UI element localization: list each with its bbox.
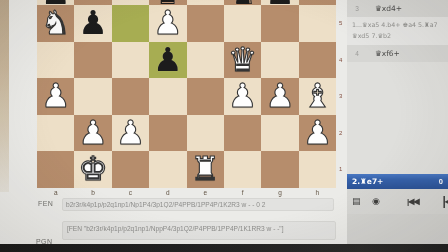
pgn-textarea[interactable]: [FEN "b2r3r/k4p1p/p2q1np1/NppP4/3p1Q2/P4… [62, 221, 336, 240]
rank-label-5: 5 [337, 5, 347, 42]
square-f2[interactable] [224, 115, 261, 152]
file-label-c: c [112, 188, 149, 197]
square-h1[interactable] [299, 151, 336, 188]
square-a1[interactable] [37, 151, 74, 188]
move-index: 3 [347, 0, 367, 17]
square-h5[interactable] [299, 5, 336, 42]
piece-wP-d5[interactable]: ♟ [149, 5, 186, 42]
square-a2[interactable] [37, 115, 74, 152]
piece-wB-h3[interactable]: ♝ [299, 78, 336, 115]
step-back-icon[interactable]: |◀ [442, 189, 448, 214]
fen-input[interactable] [62, 198, 334, 211]
square-f5[interactable] [224, 5, 261, 42]
square-e3[interactable] [187, 78, 224, 115]
square-g3[interactable]: ♟ [261, 78, 298, 115]
piece-bP-d4[interactable]: ♟ [149, 42, 186, 79]
piece-wN-a5[interactable]: ♞ [37, 5, 74, 42]
square-a5[interactable]: ♞ [37, 5, 74, 42]
rank-label-2: 2 [337, 115, 347, 152]
square-g4[interactable] [261, 42, 298, 79]
square-f3[interactable]: ♟ [224, 78, 261, 115]
nav-controls: ▤ ◉ |◀◀ |◀ [347, 189, 448, 214]
rank-label-1: 1 [337, 151, 347, 188]
photo-bezel-strip [0, 0, 9, 192]
book-icon[interactable]: ▤ [352, 189, 361, 214]
file-label-f: f [224, 188, 261, 197]
fen-row: FEN [0, 198, 340, 213]
piece-wP-c2[interactable]: ♟ [112, 115, 149, 152]
file-labels: abcdefgh [37, 188, 336, 197]
square-e1[interactable]: ♜ [187, 151, 224, 188]
square-d5[interactable]: ♟ [149, 5, 186, 42]
taskbar [0, 244, 448, 252]
piece-wK-b1[interactable]: ♚ [74, 151, 111, 188]
square-b2[interactable]: ♟ [74, 115, 111, 152]
square-d4[interactable]: ♟ [149, 42, 186, 79]
square-h2[interactable]: ♟ [299, 115, 336, 152]
square-e5[interactable] [187, 5, 224, 42]
square-c1[interactable] [112, 151, 149, 188]
chess-board[interactable]: ♟♛♞♟♞♟♟♟♛♟♟♟♝♟♟♟♚♜ [37, 0, 336, 188]
file-label-h: h [299, 188, 336, 197]
piece-wP-a3[interactable]: ♟ [37, 78, 74, 115]
square-f1[interactable] [224, 151, 261, 188]
square-a3[interactable]: ♟ [37, 78, 74, 115]
piece-wP-b2[interactable]: ♟ [74, 115, 111, 152]
move-row[interactable]: 4 ♛xf6+ [347, 45, 448, 62]
piece-wP-g3[interactable]: ♟ [261, 78, 298, 115]
rank-label-4: 4 [337, 42, 347, 79]
square-c5[interactable] [112, 5, 149, 42]
move-row[interactable]: 3 ♛xd4+ [347, 0, 448, 17]
file-label-d: d [149, 188, 186, 197]
piece-wP-h2[interactable]: ♟ [299, 115, 336, 152]
selected-move-san[interactable]: 2.♜e7+ [347, 177, 383, 186]
square-h4[interactable] [299, 42, 336, 79]
move-san[interactable]: ♛xd4+ [367, 0, 402, 17]
panel-bottom-area [347, 214, 448, 244]
target-icon[interactable]: ◉ [372, 189, 380, 214]
square-b1[interactable]: ♚ [74, 151, 111, 188]
board-area: ♟♛♞♟♞♟♟♟♛♟♟♟♝♟♟♟♚♜ [37, 0, 336, 188]
file-label-g: g [261, 188, 298, 197]
square-f4[interactable]: ♛ [224, 42, 261, 79]
square-g2[interactable] [261, 115, 298, 152]
square-e2[interactable] [187, 115, 224, 152]
square-c3[interactable] [112, 78, 149, 115]
square-h3[interactable]: ♝ [299, 78, 336, 115]
square-d2[interactable] [149, 115, 186, 152]
moves-panel-empty [347, 62, 448, 174]
move-index: 4 [347, 45, 367, 62]
square-d3[interactable] [149, 78, 186, 115]
fen-label: FEN [38, 200, 53, 207]
square-e4[interactable] [187, 42, 224, 79]
square-d1[interactable] [149, 151, 186, 188]
moves-panel: 3 ♛xd4+ 1...♛xa5 4.b4+ ♚a4 5.♜a7 ♛xd5 7.… [347, 0, 448, 244]
file-label-b: b [74, 188, 111, 197]
piece-bP-b5[interactable]: ♟ [74, 5, 111, 42]
selected-move-eval: 0 [439, 177, 448, 186]
square-b5[interactable]: ♟ [74, 5, 111, 42]
square-g5[interactable] [261, 5, 298, 42]
square-b4[interactable] [74, 42, 111, 79]
rank-labels: 54321 [337, 5, 347, 188]
variation-line[interactable]: 1...♛xa5 4.b4+ ♚a4 5.♜a7 ♛xd5 7.♛b2 [347, 17, 448, 45]
selected-move-row[interactable]: 2.♜e7+ 0 [347, 174, 448, 189]
move-san[interactable]: ♛xf6+ [367, 45, 400, 62]
square-c2[interactable]: ♟ [112, 115, 149, 152]
piece-wP-f3[interactable]: ♟ [224, 78, 261, 115]
skip-to-start-icon[interactable]: |◀◀ [407, 189, 419, 214]
square-c4[interactable] [112, 42, 149, 79]
square-a4[interactable] [37, 42, 74, 79]
rank-label-3: 3 [337, 78, 347, 115]
square-g1[interactable] [261, 151, 298, 188]
file-label-e: e [187, 188, 224, 197]
file-label-a: a [37, 188, 74, 197]
piece-wR-e1[interactable]: ♜ [187, 151, 224, 188]
square-b3[interactable] [74, 78, 111, 115]
piece-wQ-f4[interactable]: ♛ [224, 42, 261, 79]
